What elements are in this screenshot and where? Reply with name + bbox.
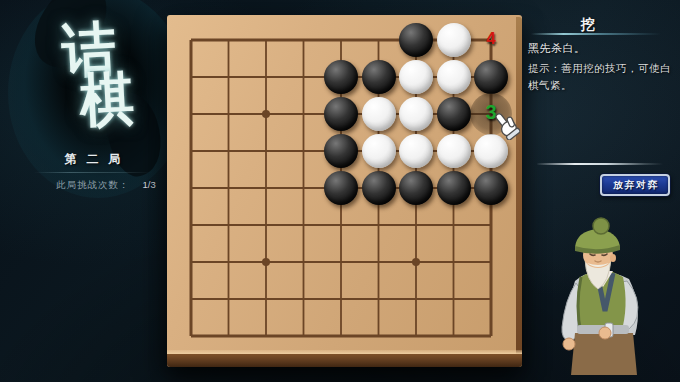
- npc-illustration: [545, 215, 680, 382]
- objective-text: 黑先杀白。: [528, 41, 586, 56]
- white-stone: [437, 60, 471, 94]
- title-calligraphy-char-2: 棋: [79, 68, 136, 129]
- attempts-value: 1/3: [143, 179, 156, 190]
- hand-cursor-icon: [493, 109, 520, 140]
- white-stone: [437, 134, 471, 168]
- black-stone: [362, 60, 396, 94]
- attempts-label: 此局挑战次数：: [56, 179, 130, 190]
- white-stone: [362, 134, 396, 168]
- button-divider: [537, 163, 663, 165]
- game-screen: 诘 棋 第二局 此局挑战次数：1/3 43 挖 黑先杀白。 提示：善用挖的技巧，…: [0, 0, 680, 382]
- move-marker-4: 4: [486, 30, 495, 47]
- hint-text: 提示：善用挖的技巧，可使白棋气紧。: [528, 60, 680, 94]
- forfeit-button[interactable]: 放弃对弈: [600, 174, 670, 196]
- black-stone: [399, 171, 433, 205]
- white-stone: [437, 23, 471, 57]
- black-stone: [474, 60, 508, 94]
- white-stone: [399, 60, 433, 94]
- board-front-face: [167, 354, 522, 367]
- white-stone: [362, 97, 396, 131]
- white-stone: [399, 134, 433, 168]
- technique-title: 挖: [528, 16, 648, 34]
- black-stone: [324, 134, 358, 168]
- black-stone: [474, 171, 508, 205]
- black-stone: [437, 97, 471, 131]
- stage-divider: [34, 172, 152, 173]
- black-stone: [399, 23, 433, 57]
- black-stone: [362, 171, 396, 205]
- black-stone: [324, 171, 358, 205]
- title-divider: [531, 33, 661, 35]
- white-stone: [399, 97, 433, 131]
- black-stone: [324, 60, 358, 94]
- black-stone: [437, 171, 471, 205]
- stage-label: 第二局: [20, 151, 165, 168]
- go-board[interactable]: 43: [167, 15, 522, 367]
- attempts-counter: 此局挑战次数：1/3: [56, 179, 156, 192]
- black-stone: [324, 97, 358, 131]
